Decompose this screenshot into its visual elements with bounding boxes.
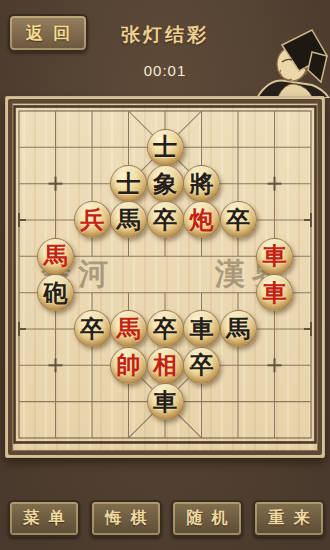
xiangqi-board: 楚河 漢界 士士象將兵馬卒炮卒馬車砲車卒馬卒車馬帥相卒車 <box>5 96 325 458</box>
menu-button-label: 菜单 <box>15 508 74 529</box>
piece-red-炮[interactable]: 炮 <box>183 201 220 238</box>
piece-black-卒[interactable]: 卒 <box>147 310 184 347</box>
piece-red-車[interactable]: 車 <box>256 274 293 311</box>
piece-black-將[interactable]: 將 <box>183 165 220 202</box>
piece-black-象[interactable]: 象 <box>147 165 184 202</box>
restart-button-label: 重来 <box>260 508 319 529</box>
piece-black-卒[interactable]: 卒 <box>74 310 111 347</box>
piece-black-砲[interactable]: 砲 <box>37 274 74 311</box>
piece-red-車[interactable]: 車 <box>256 238 293 275</box>
piece-black-士[interactable]: 士 <box>110 165 147 202</box>
piece-black-卒[interactable]: 卒 <box>147 201 184 238</box>
piece-red-馬[interactable]: 馬 <box>110 310 147 347</box>
restart-button[interactable]: 重来 <box>253 500 325 537</box>
piece-red-帥[interactable]: 帥 <box>110 347 147 384</box>
piece-black-車[interactable]: 車 <box>147 383 184 420</box>
piece-black-馬[interactable]: 馬 <box>220 310 257 347</box>
random-button[interactable]: 随机 <box>171 500 243 537</box>
piece-red-相[interactable]: 相 <box>147 347 184 384</box>
undo-button-label: 悔棋 <box>97 508 156 529</box>
piece-black-士[interactable]: 士 <box>147 129 184 166</box>
undo-button[interactable]: 悔棋 <box>90 500 162 537</box>
piece-black-馬[interactable]: 馬 <box>110 201 147 238</box>
opponent-avatar <box>255 28 330 98</box>
piece-black-車[interactable]: 車 <box>183 310 220 347</box>
random-button-label: 随机 <box>178 508 237 529</box>
piece-red-兵[interactable]: 兵 <box>74 201 111 238</box>
piece-black-卒[interactable]: 卒 <box>220 201 257 238</box>
menu-button[interactable]: 菜单 <box>8 500 80 537</box>
piece-red-馬[interactable]: 馬 <box>37 238 74 275</box>
piece-black-卒[interactable]: 卒 <box>183 347 220 384</box>
pieces-layer: 士士象將兵馬卒炮卒馬車砲車卒馬卒車馬帥相卒車 <box>5 96 325 458</box>
